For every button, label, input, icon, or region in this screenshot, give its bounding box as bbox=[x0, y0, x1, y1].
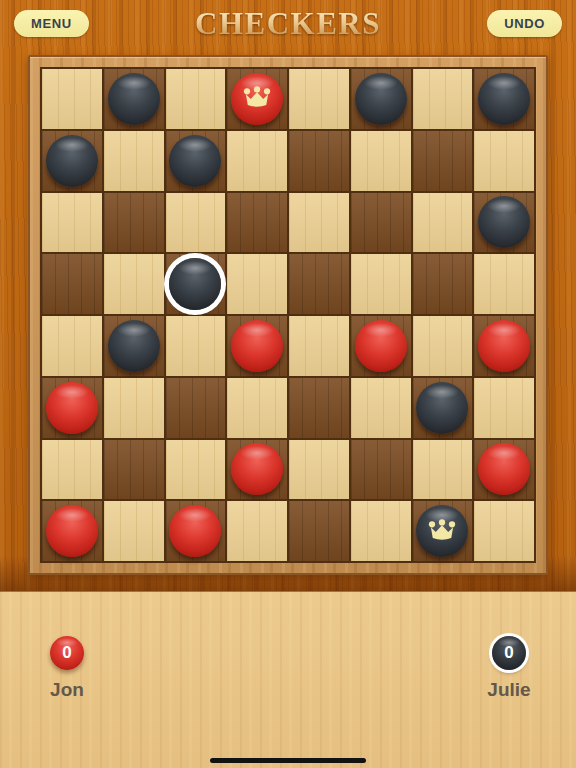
square-r5c3 bbox=[227, 378, 287, 438]
square-r0c4 bbox=[289, 69, 349, 129]
checker-black-king[interactable] bbox=[416, 505, 468, 557]
checker-red-man[interactable] bbox=[231, 320, 283, 372]
square-r4c0 bbox=[42, 316, 102, 376]
checker-black-man[interactable] bbox=[169, 135, 221, 187]
checker-red-man[interactable] bbox=[478, 320, 530, 372]
square-r4c7[interactable] bbox=[474, 316, 534, 376]
checker-red-man[interactable] bbox=[231, 443, 283, 495]
square-r5c6[interactable] bbox=[413, 378, 473, 438]
square-r3c1 bbox=[104, 254, 164, 314]
checker-red-king[interactable] bbox=[231, 73, 283, 125]
checker-red-man[interactable] bbox=[46, 382, 98, 434]
square-r3c5 bbox=[351, 254, 411, 314]
checker-black-man[interactable] bbox=[416, 382, 468, 434]
square-r3c3 bbox=[227, 254, 287, 314]
square-r2c3[interactable] bbox=[227, 193, 287, 253]
square-r7c3 bbox=[227, 501, 287, 561]
square-r0c6 bbox=[413, 69, 473, 129]
crown-icon bbox=[242, 86, 272, 111]
square-r7c4[interactable] bbox=[289, 501, 349, 561]
black-score: 0 bbox=[504, 643, 513, 663]
player-black: 0 Julie bbox=[482, 636, 536, 701]
checker-black-man[interactable] bbox=[108, 73, 160, 125]
square-r0c5[interactable] bbox=[351, 69, 411, 129]
red-player-name: Jon bbox=[50, 679, 84, 701]
checker-red-man[interactable] bbox=[46, 505, 98, 557]
square-r2c2 bbox=[166, 193, 226, 253]
square-r7c2[interactable] bbox=[166, 501, 226, 561]
square-r1c5 bbox=[351, 131, 411, 191]
square-r0c1[interactable] bbox=[104, 69, 164, 129]
square-r1c1 bbox=[104, 131, 164, 191]
red-score: 0 bbox=[62, 643, 71, 663]
square-r0c7[interactable] bbox=[474, 69, 534, 129]
square-r3c6[interactable] bbox=[413, 254, 473, 314]
square-r7c1 bbox=[104, 501, 164, 561]
checker-black-man[interactable] bbox=[108, 320, 160, 372]
square-r5c7 bbox=[474, 378, 534, 438]
square-r1c4[interactable] bbox=[289, 131, 349, 191]
square-r2c1[interactable] bbox=[104, 193, 164, 253]
square-r7c7 bbox=[474, 501, 534, 561]
black-score-badge: 0 bbox=[492, 636, 526, 670]
square-r6c5[interactable] bbox=[351, 440, 411, 500]
square-r6c6 bbox=[413, 440, 473, 500]
crown-icon bbox=[427, 519, 457, 544]
checker-red-man[interactable] bbox=[478, 443, 530, 495]
player-red: 0 Jon bbox=[40, 636, 94, 701]
square-r4c3[interactable] bbox=[227, 316, 287, 376]
square-r6c3[interactable] bbox=[227, 440, 287, 500]
square-r7c5 bbox=[351, 501, 411, 561]
checker-black-man[interactable] bbox=[478, 73, 530, 125]
checker-black-man[interactable] bbox=[478, 196, 530, 248]
square-r2c7[interactable] bbox=[474, 193, 534, 253]
square-r0c0 bbox=[42, 69, 102, 129]
header: MENU CHECKERS UNDO bbox=[0, 0, 576, 50]
app-screen: MENU CHECKERS UNDO 0 Jon 0 Julie bbox=[0, 0, 576, 768]
square-r6c4 bbox=[289, 440, 349, 500]
home-indicator[interactable] bbox=[210, 758, 366, 763]
square-r4c1[interactable] bbox=[104, 316, 164, 376]
square-r5c0[interactable] bbox=[42, 378, 102, 438]
red-score-badge: 0 bbox=[50, 636, 84, 670]
players-row: 0 Jon 0 Julie bbox=[0, 636, 576, 701]
square-r3c7 bbox=[474, 254, 534, 314]
square-r4c6 bbox=[413, 316, 473, 376]
square-r2c6 bbox=[413, 193, 473, 253]
board-frame bbox=[28, 55, 548, 575]
square-r1c2[interactable] bbox=[166, 131, 226, 191]
square-r5c1 bbox=[104, 378, 164, 438]
square-r7c0[interactable] bbox=[42, 501, 102, 561]
square-r7c6[interactable] bbox=[413, 501, 473, 561]
square-r2c5[interactable] bbox=[351, 193, 411, 253]
square-r6c7[interactable] bbox=[474, 440, 534, 500]
square-r1c6[interactable] bbox=[413, 131, 473, 191]
square-r4c4 bbox=[289, 316, 349, 376]
square-r5c2[interactable] bbox=[166, 378, 226, 438]
square-r6c1[interactable] bbox=[104, 440, 164, 500]
square-r1c7 bbox=[474, 131, 534, 191]
checker-black-man[interactable] bbox=[46, 135, 98, 187]
square-r4c2 bbox=[166, 316, 226, 376]
square-r0c2 bbox=[166, 69, 226, 129]
checker-red-man[interactable] bbox=[355, 320, 407, 372]
square-r6c2 bbox=[166, 440, 226, 500]
square-r5c4[interactable] bbox=[289, 378, 349, 438]
square-r4c5[interactable] bbox=[351, 316, 411, 376]
square-r0c3[interactable] bbox=[227, 69, 287, 129]
square-r1c0[interactable] bbox=[42, 131, 102, 191]
square-r5c5 bbox=[351, 378, 411, 438]
board-squares bbox=[40, 67, 536, 563]
square-r3c0[interactable] bbox=[42, 254, 102, 314]
square-r3c4[interactable] bbox=[289, 254, 349, 314]
square-r6c0 bbox=[42, 440, 102, 500]
checker-red-man[interactable] bbox=[169, 505, 221, 557]
checker-black-man[interactable] bbox=[355, 73, 407, 125]
square-r2c0 bbox=[42, 193, 102, 253]
undo-button[interactable]: UNDO bbox=[487, 10, 562, 37]
wood-background: MENU CHECKERS UNDO bbox=[0, 0, 576, 591]
square-r3c2[interactable] bbox=[166, 254, 226, 314]
square-r2c4 bbox=[289, 193, 349, 253]
checker-black-man[interactable] bbox=[169, 258, 221, 310]
square-r1c3 bbox=[227, 131, 287, 191]
black-player-name: Julie bbox=[487, 679, 530, 701]
score-panel: 0 Jon 0 Julie bbox=[0, 591, 576, 768]
